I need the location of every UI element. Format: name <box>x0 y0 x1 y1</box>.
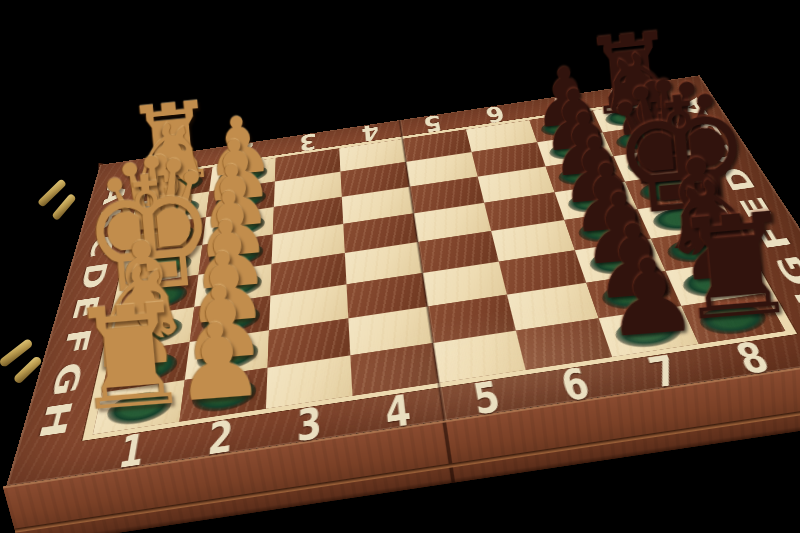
photo-stage: 12345678 12345678 ABCDEFGH ABCDEFGH ♜♟♟♜… <box>0 0 800 533</box>
piece-white-rook: ♜ <box>64 283 197 432</box>
square-e6 <box>491 220 575 261</box>
board-top-face: 12345678 12345678 ABCDEFGH ABCDEFGH ♜♟♟♜… <box>6 75 800 486</box>
rank-near-text: 2 <box>206 410 235 465</box>
square-h7: ♟ <box>599 306 699 357</box>
square-h5 <box>433 331 526 383</box>
chess-box: 12345678 12345678 ABCDEFGH ABCDEFGH ♜♟♟♜… <box>6 75 800 486</box>
rank-near-text: 4 <box>383 384 413 438</box>
rank-far-text: 4 <box>360 119 380 146</box>
clasp-bar <box>51 193 76 221</box>
rank-near-text: 8 <box>728 333 777 384</box>
rank-far-text: 3 <box>299 129 317 157</box>
piece-black-pawn: ♟ <box>599 242 702 353</box>
